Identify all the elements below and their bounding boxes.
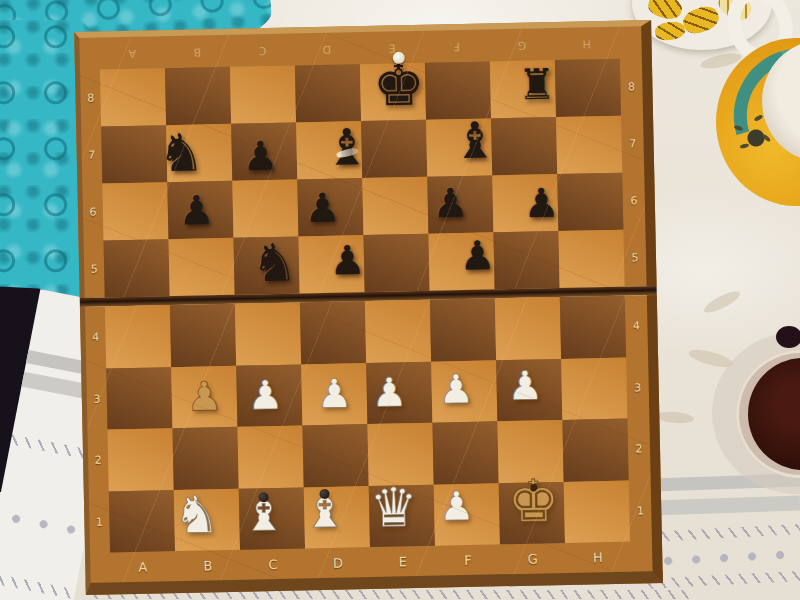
square-c1[interactable]: ♝ bbox=[239, 487, 305, 550]
piece-white-pawn-f3[interactable]: ♟ bbox=[438, 369, 475, 410]
file-label-a: A bbox=[138, 559, 147, 574]
piece-white-knight-b1[interactable]: ♞ bbox=[173, 488, 221, 541]
piece-black-rook-g8[interactable]: ♜ bbox=[518, 63, 557, 106]
square-c7[interactable]: ♟ bbox=[231, 122, 297, 180]
square-c8[interactable] bbox=[230, 65, 296, 123]
file-label-h: H bbox=[593, 550, 603, 565]
piece-white-pawn-d3[interactable]: ♟ bbox=[316, 373, 353, 414]
square-c2[interactable] bbox=[237, 425, 303, 488]
top-letter-c: C bbox=[258, 44, 266, 57]
board-top-half: ABCDEFGH 8765 ♚♜♞♟♝♝♟♟♟♟♞♟♟ 8765 bbox=[74, 20, 656, 298]
square-b5[interactable] bbox=[169, 238, 235, 296]
runner-stripe bbox=[652, 495, 800, 515]
bishop-tip-black-mark bbox=[319, 489, 329, 499]
piece-white-bishop-d1[interactable]: ♝ bbox=[302, 485, 348, 536]
square-d2[interactable] bbox=[302, 424, 368, 487]
file-label-d: D bbox=[333, 555, 343, 570]
piece-white-pawn-c3[interactable]: ♟ bbox=[247, 375, 284, 416]
runner-zigzag bbox=[645, 571, 800, 589]
piece-white-bishop-c1[interactable]: ♝ bbox=[241, 488, 287, 539]
bishop-worn-white-mark bbox=[336, 147, 359, 159]
square-f4[interactable] bbox=[430, 298, 496, 361]
square-b4[interactable] bbox=[170, 304, 236, 367]
square-a2[interactable] bbox=[107, 428, 173, 491]
square-b2[interactable] bbox=[172, 427, 238, 490]
square-a5[interactable] bbox=[104, 239, 170, 297]
top-letter-d: D bbox=[323, 42, 332, 55]
small-dark-object bbox=[776, 326, 800, 348]
square-f6[interactable]: ♟ bbox=[427, 175, 493, 233]
square-a4[interactable] bbox=[105, 305, 171, 368]
piece-wood-pawn-b3[interactable]: ♟ bbox=[186, 376, 223, 417]
rank-label-3: 3 bbox=[634, 381, 641, 394]
piece-black-pawn-d5[interactable]: ♟ bbox=[329, 239, 366, 280]
top-letter-a: A bbox=[128, 46, 136, 59]
square-e4[interactable] bbox=[365, 300, 431, 363]
king-finial-white-mark bbox=[392, 51, 404, 63]
cloth-leaf bbox=[655, 409, 694, 425]
rank-label-2: 2 bbox=[95, 454, 102, 467]
square-b8[interactable] bbox=[165, 67, 231, 125]
square-e1[interactable]: ♛ bbox=[369, 484, 435, 547]
piece-wood-king-g1[interactable]: ♚ bbox=[507, 472, 560, 531]
square-h7[interactable] bbox=[556, 116, 622, 174]
piece-black-pawn-c7[interactable]: ♟ bbox=[242, 135, 279, 176]
piece-black-pawn-f6[interactable]: ♟ bbox=[432, 182, 469, 223]
square-a6[interactable] bbox=[102, 182, 168, 240]
square-g4[interactable] bbox=[495, 297, 561, 360]
piece-black-pawn-b6[interactable]: ♟ bbox=[178, 189, 215, 230]
mug-flower bbox=[736, 118, 776, 158]
top-letter-b: B bbox=[193, 45, 201, 58]
board-grid-bottom: ♟♟♟♟♟♟♞♝♝♛♟♚ bbox=[105, 296, 630, 553]
piece-black-king-e8[interactable]: ♚ bbox=[372, 55, 425, 114]
rank-label-5: 5 bbox=[91, 263, 98, 276]
square-g5[interactable] bbox=[493, 231, 559, 289]
piece-white-pawn-e3[interactable]: ♟ bbox=[371, 372, 408, 413]
square-d5[interactable]: ♟ bbox=[298, 235, 364, 293]
square-f1[interactable]: ♟ bbox=[434, 483, 500, 546]
table-scene: ABCDEFGH 8765 ♚♜♞♟♝♝♟♟♟♟♞♟♟ 8765 4321 ♟♟… bbox=[0, 0, 800, 600]
piece-white-queen-e1[interactable]: ♛ bbox=[369, 481, 419, 536]
square-h6[interactable] bbox=[557, 173, 623, 231]
file-label-c: C bbox=[268, 556, 277, 571]
rank-label-6: 6 bbox=[89, 206, 96, 219]
rank-label-1: 1 bbox=[96, 515, 103, 528]
square-f2[interactable] bbox=[432, 421, 498, 484]
square-a8[interactable] bbox=[100, 68, 166, 126]
rank-label-6: 6 bbox=[630, 194, 637, 207]
square-g1[interactable]: ♚ bbox=[499, 481, 565, 544]
square-h8[interactable] bbox=[555, 59, 621, 117]
rank-label-7: 7 bbox=[629, 137, 636, 150]
top-letter-g: G bbox=[518, 38, 527, 51]
square-d8[interactable] bbox=[295, 64, 361, 122]
piece-white-pawn-f1[interactable]: ♟ bbox=[438, 486, 475, 527]
top-letter-f: F bbox=[454, 40, 461, 53]
square-b3[interactable]: ♟ bbox=[171, 365, 237, 428]
square-g7[interactable] bbox=[491, 117, 557, 175]
bishop-tip-black-mark bbox=[258, 492, 268, 502]
square-d6[interactable]: ♟ bbox=[297, 178, 363, 236]
square-e6[interactable] bbox=[362, 177, 428, 235]
square-d3[interactable]: ♟ bbox=[301, 363, 367, 426]
square-e8[interactable]: ♚ bbox=[360, 63, 426, 121]
cloth-leaf bbox=[701, 288, 742, 315]
rank-label-4: 4 bbox=[92, 331, 99, 344]
file-label-b: B bbox=[203, 558, 212, 573]
square-g6[interactable]: ♟ bbox=[492, 174, 558, 232]
piece-black-pawn-d6[interactable]: ♟ bbox=[304, 187, 341, 228]
square-d1[interactable]: ♝ bbox=[304, 486, 370, 549]
square-f3[interactable]: ♟ bbox=[431, 360, 497, 423]
rank-label-1: 1 bbox=[637, 504, 644, 517]
square-c5[interactable]: ♞ bbox=[234, 236, 300, 294]
square-a3[interactable] bbox=[106, 367, 172, 430]
square-d4[interactable] bbox=[300, 301, 366, 364]
piece-black-knight-c5[interactable]: ♞ bbox=[251, 236, 299, 289]
rank-label-8: 8 bbox=[628, 80, 635, 93]
square-c4[interactable] bbox=[235, 302, 301, 365]
rank-label-7: 7 bbox=[88, 149, 95, 162]
file-label-f: F bbox=[464, 552, 472, 567]
square-f7[interactable]: ♝ bbox=[426, 118, 492, 176]
square-c6[interactable] bbox=[232, 179, 298, 237]
square-e7[interactable] bbox=[361, 120, 427, 178]
square-f5[interactable]: ♟ bbox=[428, 232, 494, 290]
square-h1[interactable] bbox=[564, 480, 630, 543]
rank-label-8: 8 bbox=[87, 92, 94, 105]
chess-board: ABCDEFGH 8765 ♚♜♞♟♝♝♟♟♟♟♞♟♟ 8765 4321 ♟♟… bbox=[74, 20, 663, 595]
piece-black-knight-b7[interactable]: ♞ bbox=[157, 126, 205, 179]
board-bottom-half: 4321 ♟♟♟♟♟♟♞♝♝♛♟♚ 4321 ABCDEFGH bbox=[80, 295, 663, 595]
rank-label-4: 4 bbox=[633, 320, 640, 333]
board-grid-top: ♚♜♞♟♝♝♟♟♟♟♞♟♟ bbox=[100, 59, 625, 298]
king-hole-mark bbox=[530, 484, 537, 491]
rank-labels-right-bottom: 4321 bbox=[625, 295, 652, 541]
rank-label-3: 3 bbox=[93, 392, 100, 405]
square-b1[interactable]: ♞ bbox=[174, 488, 240, 551]
top-letter-h: H bbox=[583, 37, 592, 50]
square-a1[interactable] bbox=[109, 490, 175, 553]
square-g8[interactable]: ♜ bbox=[490, 60, 556, 118]
square-h3[interactable] bbox=[561, 357, 627, 420]
square-h4[interactable] bbox=[560, 296, 626, 359]
square-b6[interactable]: ♟ bbox=[167, 181, 233, 239]
square-h5[interactable] bbox=[558, 230, 624, 288]
rank-label-5: 5 bbox=[631, 251, 638, 264]
square-e5[interactable] bbox=[363, 234, 429, 292]
square-h2[interactable] bbox=[562, 419, 628, 482]
file-label-g: G bbox=[528, 551, 538, 566]
square-d7[interactable]: ♝ bbox=[296, 121, 362, 179]
runner-motifs bbox=[648, 544, 800, 568]
square-b7[interactable]: ♞ bbox=[166, 124, 232, 182]
file-label-e: E bbox=[399, 554, 408, 569]
rank-labels-right-top: 8765 bbox=[620, 58, 647, 286]
square-c3[interactable]: ♟ bbox=[236, 364, 302, 427]
rank-label-2: 2 bbox=[635, 443, 642, 456]
square-g3[interactable]: ♟ bbox=[496, 358, 562, 421]
runner-zigzag bbox=[648, 524, 800, 542]
piece-black-pawn-g6[interactable]: ♟ bbox=[523, 182, 560, 223]
piece-black-pawn-f5[interactable]: ♟ bbox=[459, 234, 496, 275]
square-e3[interactable]: ♟ bbox=[366, 361, 432, 424]
piece-white-pawn-g3[interactable]: ♟ bbox=[507, 365, 544, 406]
